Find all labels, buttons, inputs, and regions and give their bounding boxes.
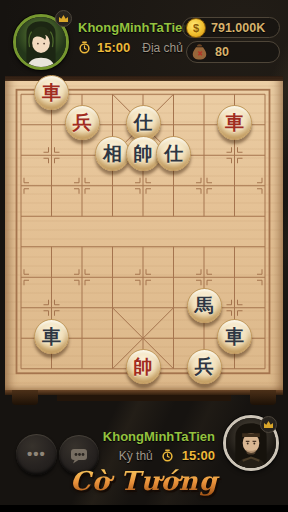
piece-red-帥[interactable]: 帥 (126, 349, 161, 384)
crown-badge (260, 416, 277, 433)
player-info: KhongMinhTaTien Kỳ thủ 15:00 (103, 429, 215, 463)
piece-glyph: 車 (225, 327, 244, 346)
bag-icon (189, 42, 210, 63)
piece-black-車[interactable]: 車 (34, 319, 69, 354)
crown-icon (58, 14, 69, 23)
more-dots-icon: ••• (27, 445, 46, 462)
piece-glyph: 馬 (195, 296, 214, 315)
chat-bubble-icon (68, 445, 90, 465)
clock-icon (161, 449, 174, 462)
player-timer: 15:00 (182, 448, 215, 463)
piece-glyph: 車 (42, 83, 61, 102)
coins-value: 791.000K (211, 21, 265, 35)
opponent-name: KhongMinhTaTien (78, 20, 190, 35)
player-name: KhongMinhTaTien (103, 429, 215, 444)
piece-black-仕[interactable]: 仕 (126, 105, 161, 140)
board-stand (5, 390, 283, 405)
coins-pill[interactable]: $ 791.000K (182, 17, 280, 38)
piece-glyph: 仕 (134, 113, 153, 132)
piece-red-車[interactable]: 車 (217, 105, 252, 140)
tickets-pill[interactable]: 80 (186, 41, 280, 63)
piece-glyph: 車 (225, 113, 244, 132)
piece-red-車[interactable]: 車 (34, 75, 69, 110)
coin-icon: $ (186, 18, 206, 38)
opponent-info: KhongMinhTaTien 15:00 Địa chủ (78, 20, 190, 55)
clock-icon (78, 41, 91, 54)
piece-glyph: 帥 (134, 357, 153, 376)
opponent-timer: 15:00 (97, 40, 130, 55)
tickets-value: 80 (215, 45, 229, 59)
piece-black-馬[interactable]: 馬 (187, 288, 222, 323)
piece-glyph: 相 (103, 144, 122, 163)
piece-glyph: 帥 (134, 144, 153, 163)
pieces-grid: 車兵車帥仕相帥仕馬車車兵 (6, 79, 281, 384)
player-role: Kỳ thủ (119, 449, 153, 463)
xiangqi-board[interactable]: 車兵車帥仕相帥仕馬車車兵 (5, 76, 283, 390)
piece-black-兵[interactable]: 兵 (187, 349, 222, 384)
piece-red-兵[interactable]: 兵 (65, 105, 100, 140)
piece-glyph: 車 (42, 327, 61, 346)
opponent-role: Địa chủ (142, 41, 183, 55)
game-logo: Cờ Tướng (0, 466, 288, 496)
crown-icon (263, 420, 274, 429)
bottom-nav-strip (0, 505, 288, 512)
crown-badge (55, 10, 72, 27)
piece-black-仕[interactable]: 仕 (156, 136, 191, 171)
piece-glyph: 兵 (195, 357, 214, 376)
piece-black-相[interactable]: 相 (95, 136, 130, 171)
piece-glyph: 兵 (73, 113, 92, 132)
piece-black-車[interactable]: 車 (217, 319, 252, 354)
game-screen: KhongMinhTaTien 15:00 Địa chủ $ 791.000K… (0, 0, 288, 512)
piece-glyph: 仕 (164, 144, 183, 163)
